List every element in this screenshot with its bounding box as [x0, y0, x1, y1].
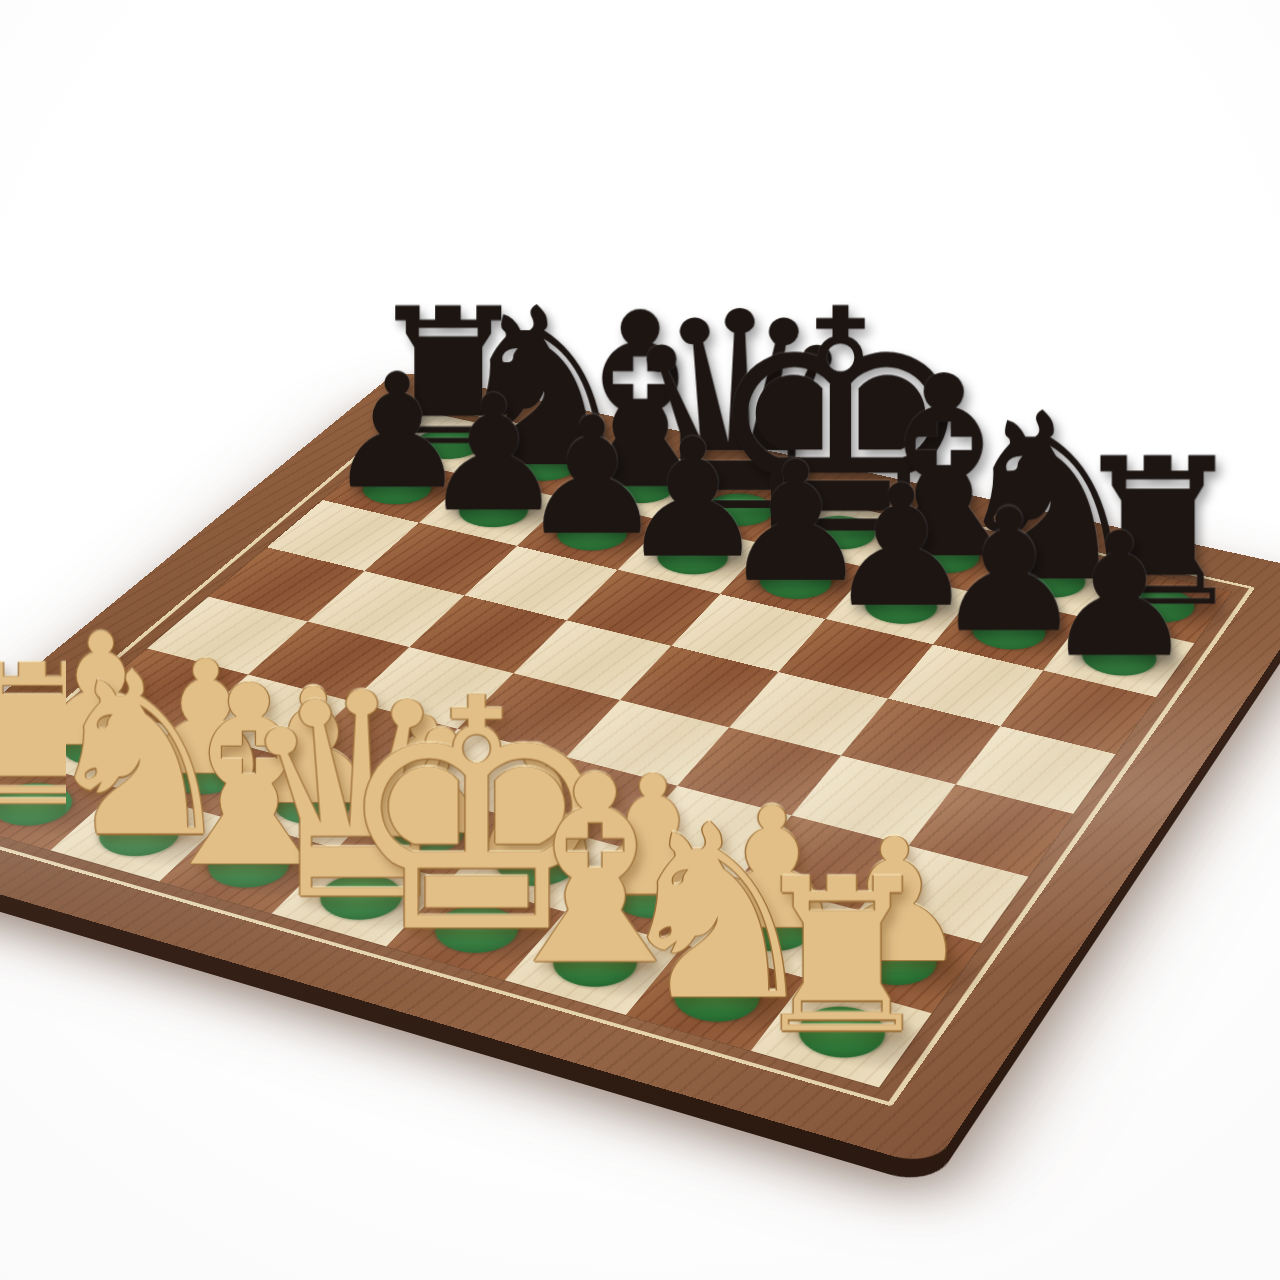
board-frame: ♜♞♝♛♚♝♞♜♟♟♟♟♟♟♟♟♟♟♟♟♟♟♟♟♜♞♝♛♚♝♞♜ — [0, 369, 1280, 1167]
square-h1[interactable]: ♜ — [751, 979, 932, 1088]
square-h7[interactable]: ♟ — [1043, 618, 1194, 698]
board-grid: ♜♞♝♛♚♝♞♜♟♟♟♟♟♟♟♟♟♟♟♟♟♟♟♟♜♞♝♛♚♝♞♜ — [0, 412, 1231, 1088]
piece-white-rook[interactable]: ♜ — [747, 851, 937, 1063]
maple-inlay-line: ♜♞♝♛♚♝♞♜♟♟♟♟♟♟♟♟♟♟♟♟♟♟♟♟♜♞♝♛♚♝♞♜ — [0, 401, 1255, 1106]
chessboard: ♜♞♝♛♚♝♞♜♟♟♟♟♟♟♟♟♟♟♟♟♟♟♟♟♜♞♝♛♚♝♞♜ — [0, 369, 1280, 1167]
photo-backdrop: ♜♞♝♛♚♝♞♜♟♟♟♟♟♟♟♟♟♟♟♟♟♟♟♟♜♞♝♛♚♝♞♜ — [0, 0, 1280, 1280]
